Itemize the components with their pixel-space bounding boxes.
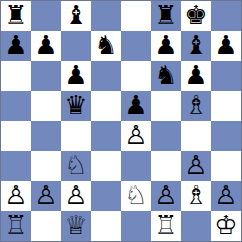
black-rook: ♜ <box>154 2 177 28</box>
square-a8[interactable]: ♜ <box>1 1 31 31</box>
square-a5[interactable] <box>1 91 31 121</box>
black-pawn: ♟ <box>124 92 147 118</box>
square-f5[interactable] <box>151 91 181 121</box>
white-pawn: ♙ <box>4 182 27 208</box>
square-c7[interactable] <box>61 31 91 61</box>
square-f4[interactable] <box>151 121 181 151</box>
white-bishop: ♗ <box>184 92 207 118</box>
square-h4[interactable] <box>211 121 241 151</box>
square-b2[interactable]: ♙ <box>31 181 61 211</box>
white-pawn: ♙ <box>214 182 237 208</box>
square-g4[interactable] <box>181 121 211 151</box>
white-pawn: ♙ <box>34 182 57 208</box>
white-bishop: ♗ <box>184 182 207 208</box>
square-e3[interactable] <box>121 151 151 181</box>
square-h2[interactable]: ♙ <box>211 181 241 211</box>
chess-board: ♜♝♜♚♟♟♞♟♝♟♟♞♟♛♟♗♙♘♙♙♙♙♘♙♗♙♖♕♖♔ <box>0 0 242 242</box>
square-f1[interactable]: ♖ <box>151 211 181 241</box>
square-f2[interactable]: ♙ <box>151 181 181 211</box>
square-d2[interactable] <box>91 181 121 211</box>
white-pawn: ♙ <box>124 122 147 148</box>
square-c1[interactable]: ♕ <box>61 211 91 241</box>
square-e7[interactable] <box>121 31 151 61</box>
square-a7[interactable]: ♟ <box>1 31 31 61</box>
square-d3[interactable] <box>91 151 121 181</box>
square-b1[interactable] <box>31 211 61 241</box>
black-pawn: ♟ <box>214 32 237 58</box>
square-h6[interactable] <box>211 61 241 91</box>
white-pawn: ♙ <box>154 182 177 208</box>
square-e2[interactable]: ♘ <box>121 181 151 211</box>
square-b5[interactable] <box>31 91 61 121</box>
square-c5[interactable]: ♛ <box>61 91 91 121</box>
square-d5[interactable] <box>91 91 121 121</box>
black-pawn: ♟ <box>184 62 207 88</box>
black-knight: ♞ <box>94 32 117 58</box>
black-knight: ♞ <box>154 62 177 88</box>
black-rook: ♜ <box>4 2 27 28</box>
white-knight: ♘ <box>64 152 87 178</box>
black-pawn: ♟ <box>64 62 87 88</box>
square-g7[interactable]: ♝ <box>181 31 211 61</box>
square-e1[interactable] <box>121 211 151 241</box>
square-f7[interactable]: ♟ <box>151 31 181 61</box>
square-h1[interactable]: ♔ <box>211 211 241 241</box>
square-f3[interactable] <box>151 151 181 181</box>
black-pawn: ♟ <box>4 32 27 58</box>
black-queen: ♛ <box>64 92 87 118</box>
square-g8[interactable]: ♚ <box>181 1 211 31</box>
square-g6[interactable]: ♟ <box>181 61 211 91</box>
black-bishop: ♝ <box>184 32 207 58</box>
square-g2[interactable]: ♗ <box>181 181 211 211</box>
square-a4[interactable] <box>1 121 31 151</box>
square-d6[interactable] <box>91 61 121 91</box>
square-a6[interactable] <box>1 61 31 91</box>
square-h7[interactable]: ♟ <box>211 31 241 61</box>
white-queen: ♕ <box>64 212 87 238</box>
square-b7[interactable]: ♟ <box>31 31 61 61</box>
square-a2[interactable]: ♙ <box>1 181 31 211</box>
square-e8[interactable] <box>121 1 151 31</box>
square-g1[interactable] <box>181 211 211 241</box>
square-d8[interactable] <box>91 1 121 31</box>
white-knight: ♘ <box>124 182 147 208</box>
black-pawn: ♟ <box>154 32 177 58</box>
square-f6[interactable]: ♞ <box>151 61 181 91</box>
white-rook: ♖ <box>154 212 177 238</box>
square-h3[interactable] <box>211 151 241 181</box>
square-d4[interactable] <box>91 121 121 151</box>
black-king: ♚ <box>184 2 207 28</box>
square-b4[interactable] <box>31 121 61 151</box>
square-c2[interactable]: ♙ <box>61 181 91 211</box>
square-h8[interactable] <box>211 1 241 31</box>
square-f8[interactable]: ♜ <box>151 1 181 31</box>
square-b3[interactable] <box>31 151 61 181</box>
black-bishop: ♝ <box>64 2 87 28</box>
square-d7[interactable]: ♞ <box>91 31 121 61</box>
square-b8[interactable] <box>31 1 61 31</box>
square-e5[interactable]: ♟ <box>121 91 151 121</box>
square-c6[interactable]: ♟ <box>61 61 91 91</box>
white-rook: ♖ <box>4 212 27 238</box>
black-pawn: ♟ <box>34 32 57 58</box>
square-c4[interactable] <box>61 121 91 151</box>
square-g5[interactable]: ♗ <box>181 91 211 121</box>
square-a3[interactable] <box>1 151 31 181</box>
white-pawn: ♙ <box>184 152 207 178</box>
square-e6[interactable] <box>121 61 151 91</box>
square-g3[interactable]: ♙ <box>181 151 211 181</box>
square-c3[interactable]: ♘ <box>61 151 91 181</box>
square-a1[interactable]: ♖ <box>1 211 31 241</box>
square-c8[interactable]: ♝ <box>61 1 91 31</box>
square-e4[interactable]: ♙ <box>121 121 151 151</box>
square-h5[interactable] <box>211 91 241 121</box>
square-d1[interactable] <box>91 211 121 241</box>
square-b6[interactable] <box>31 61 61 91</box>
white-pawn: ♙ <box>64 182 87 208</box>
white-king: ♔ <box>214 212 237 238</box>
